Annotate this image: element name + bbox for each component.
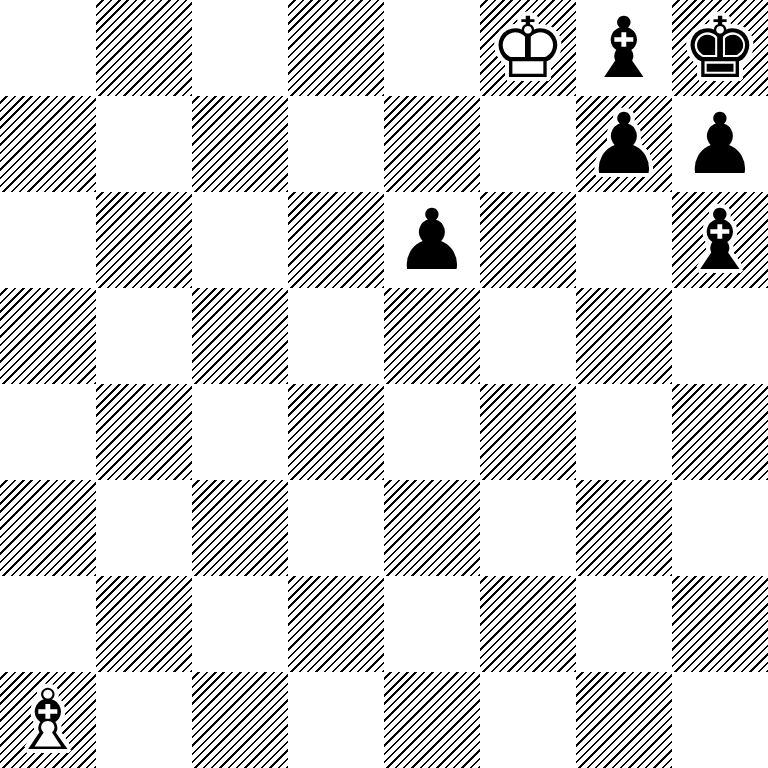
square-h5[interactable] xyxy=(672,288,768,384)
square-e7[interactable] xyxy=(384,96,480,192)
square-a5[interactable] xyxy=(0,288,96,384)
square-g3[interactable] xyxy=(576,480,672,576)
square-f1[interactable] xyxy=(480,672,576,768)
white-bishop-icon: ♗ xyxy=(0,672,96,768)
square-c7[interactable] xyxy=(192,96,288,192)
square-f5[interactable] xyxy=(480,288,576,384)
white-king-icon: ♔ xyxy=(480,0,576,96)
square-b4[interactable] xyxy=(96,384,192,480)
square-h3[interactable] xyxy=(672,480,768,576)
square-d8[interactable] xyxy=(288,0,384,96)
square-e1[interactable] xyxy=(384,672,480,768)
square-d2[interactable] xyxy=(288,576,384,672)
square-a6[interactable] xyxy=(0,192,96,288)
square-e5[interactable] xyxy=(384,288,480,384)
square-a7[interactable] xyxy=(0,96,96,192)
piece-black-bishop[interactable]: ♝ xyxy=(576,0,672,96)
square-f8[interactable]: ♚♔ xyxy=(480,0,576,96)
square-g8[interactable]: ♝ xyxy=(576,0,672,96)
piece-white-bishop[interactable]: ♝♗ xyxy=(0,672,96,768)
square-f2[interactable] xyxy=(480,576,576,672)
black-pawn-icon: ♟ xyxy=(682,96,757,192)
piece-black-pawn[interactable]: ♟ xyxy=(576,96,672,192)
square-g1[interactable] xyxy=(576,672,672,768)
square-f3[interactable] xyxy=(480,480,576,576)
square-e3[interactable] xyxy=(384,480,480,576)
black-bishop-icon: ♝ xyxy=(586,0,661,96)
black-king-icon: ♚ xyxy=(682,0,757,96)
square-c4[interactable] xyxy=(192,384,288,480)
square-a8[interactable] xyxy=(0,0,96,96)
piece-black-king[interactable]: ♚ xyxy=(672,0,768,96)
black-bishop-icon: ♝ xyxy=(682,192,757,288)
square-d5[interactable] xyxy=(288,288,384,384)
square-c3[interactable] xyxy=(192,480,288,576)
square-e2[interactable] xyxy=(384,576,480,672)
square-b2[interactable] xyxy=(96,576,192,672)
square-h8[interactable]: ♚ xyxy=(672,0,768,96)
square-d3[interactable] xyxy=(288,480,384,576)
piece-black-pawn[interactable]: ♟ xyxy=(672,96,768,192)
square-h2[interactable] xyxy=(672,576,768,672)
square-a4[interactable] xyxy=(0,384,96,480)
piece-white-king[interactable]: ♚♔ xyxy=(480,0,576,96)
black-pawn-icon: ♟ xyxy=(586,96,661,192)
square-b6[interactable] xyxy=(96,192,192,288)
square-b8[interactable] xyxy=(96,0,192,96)
square-c5[interactable] xyxy=(192,288,288,384)
square-d6[interactable] xyxy=(288,192,384,288)
square-f6[interactable] xyxy=(480,192,576,288)
square-g4[interactable] xyxy=(576,384,672,480)
square-c6[interactable] xyxy=(192,192,288,288)
square-d7[interactable] xyxy=(288,96,384,192)
square-a1[interactable]: ♝♗ xyxy=(0,672,96,768)
square-c2[interactable] xyxy=(192,576,288,672)
square-e8[interactable] xyxy=(384,0,480,96)
square-a3[interactable] xyxy=(0,480,96,576)
square-c1[interactable] xyxy=(192,672,288,768)
square-h4[interactable] xyxy=(672,384,768,480)
square-e6[interactable]: ♟ xyxy=(384,192,480,288)
square-g6[interactable] xyxy=(576,192,672,288)
square-f7[interactable] xyxy=(480,96,576,192)
square-b5[interactable] xyxy=(96,288,192,384)
square-a2[interactable] xyxy=(0,576,96,672)
square-b3[interactable] xyxy=(96,480,192,576)
square-g7[interactable]: ♟ xyxy=(576,96,672,192)
square-e4[interactable] xyxy=(384,384,480,480)
square-h6[interactable]: ♝ xyxy=(672,192,768,288)
black-pawn-icon: ♟ xyxy=(394,192,469,288)
piece-black-pawn[interactable]: ♟ xyxy=(384,192,480,288)
square-g5[interactable] xyxy=(576,288,672,384)
square-h1[interactable] xyxy=(672,672,768,768)
square-b7[interactable] xyxy=(96,96,192,192)
square-c8[interactable] xyxy=(192,0,288,96)
square-g2[interactable] xyxy=(576,576,672,672)
chess-board: ♚♔♝♚♟♟♟♝♝♗ xyxy=(0,0,768,768)
square-d4[interactable] xyxy=(288,384,384,480)
piece-black-bishop[interactable]: ♝ xyxy=(672,192,768,288)
square-b1[interactable] xyxy=(96,672,192,768)
square-d1[interactable] xyxy=(288,672,384,768)
square-h7[interactable]: ♟ xyxy=(672,96,768,192)
square-f4[interactable] xyxy=(480,384,576,480)
